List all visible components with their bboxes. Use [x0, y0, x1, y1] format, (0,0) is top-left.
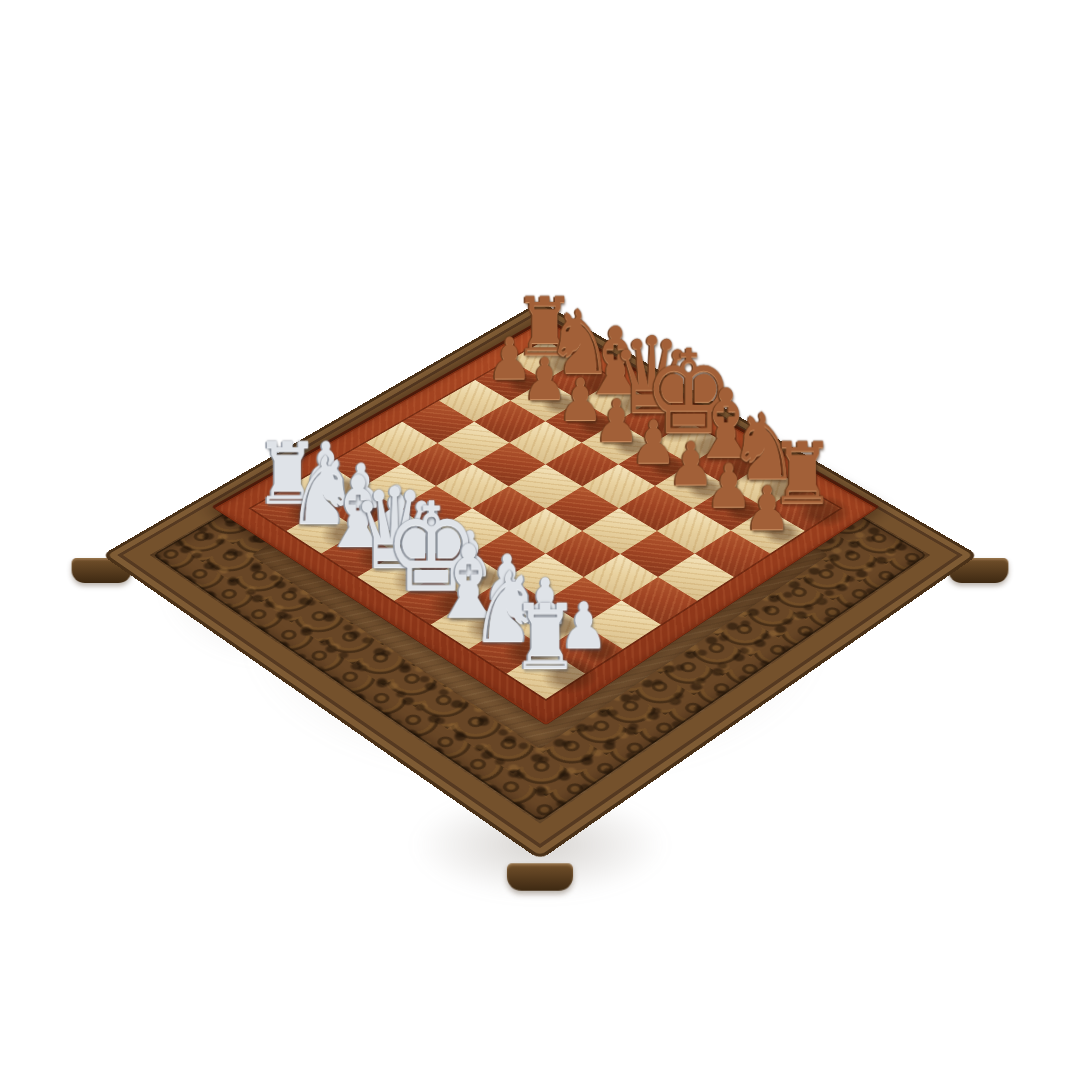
pawn-glyph: ♟ [744, 477, 791, 538]
product-photo: { "game": "chess", "scene": { "caption":… [0, 0, 1080, 1080]
scene-3d: ♜♞♝♛♚♝♞♜♟♟♟♟♟♟♟♟♟♟♟♟♟♟♟♟♜♞♝♛♚♝♞♜ [0, 0, 1080, 1080]
board-foot-pad [507, 863, 573, 891]
rook-glyph: ♜ [511, 592, 580, 682]
